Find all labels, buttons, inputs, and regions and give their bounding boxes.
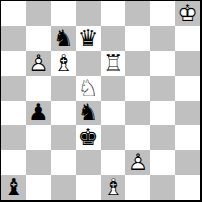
square-b6[interactable]: ♟♙ xyxy=(26,51,51,76)
square-c8[interactable] xyxy=(51,1,76,26)
square-h3[interactable] xyxy=(175,125,200,150)
square-b1[interactable] xyxy=(26,175,51,200)
chess-board-frame: ♚♔♞♛♟♙♝♗♜♖♞♘♟♞♚♟♙♝♝♗ xyxy=(0,0,202,202)
square-h8[interactable]: ♚♔ xyxy=(175,1,200,26)
square-e3[interactable] xyxy=(101,125,126,150)
square-h6[interactable] xyxy=(175,51,200,76)
square-c3[interactable] xyxy=(51,125,76,150)
square-f1[interactable] xyxy=(125,175,150,200)
square-a5[interactable] xyxy=(1,76,26,101)
piece-white-pawn: ♙ xyxy=(26,51,51,76)
square-e1[interactable]: ♝♗ xyxy=(101,175,126,200)
square-b3[interactable] xyxy=(26,125,51,150)
square-d3[interactable]: ♚ xyxy=(76,125,101,150)
square-c7[interactable]: ♞ xyxy=(51,26,76,51)
piece-black-pawn: ♟ xyxy=(26,101,51,126)
square-a1[interactable]: ♝ xyxy=(1,175,26,200)
piece-black-king: ♚ xyxy=(76,125,101,150)
square-a2[interactable] xyxy=(1,150,26,175)
piece-black-knight: ♞ xyxy=(51,26,76,51)
square-f8[interactable] xyxy=(125,1,150,26)
piece-white-knight: ♘ xyxy=(76,76,101,101)
piece-white-pawn: ♙ xyxy=(125,150,150,175)
square-g7[interactable] xyxy=(150,26,175,51)
square-f7[interactable] xyxy=(125,26,150,51)
square-f5[interactable] xyxy=(125,76,150,101)
square-b2[interactable] xyxy=(26,150,51,175)
piece-white-rook: ♖ xyxy=(101,51,126,76)
square-f3[interactable] xyxy=(125,125,150,150)
square-a6[interactable] xyxy=(1,51,26,76)
square-g4[interactable] xyxy=(150,101,175,126)
chess-board: ♚♔♞♛♟♙♝♗♜♖♞♘♟♞♚♟♙♝♝♗ xyxy=(1,1,200,200)
square-e7[interactable] xyxy=(101,26,126,51)
square-a7[interactable] xyxy=(1,26,26,51)
square-d5[interactable]: ♞♘ xyxy=(76,76,101,101)
piece-black-bishop: ♝ xyxy=(1,175,26,200)
square-g3[interactable] xyxy=(150,125,175,150)
piece-white-king: ♔ xyxy=(175,1,200,26)
piece-white-bishop: ♗ xyxy=(51,51,76,76)
square-e2[interactable] xyxy=(101,150,126,175)
square-h4[interactable] xyxy=(175,101,200,126)
square-d7[interactable]: ♛ xyxy=(76,26,101,51)
square-h5[interactable] xyxy=(175,76,200,101)
piece-black-knight: ♞ xyxy=(76,101,101,126)
square-a8[interactable] xyxy=(1,1,26,26)
square-b7[interactable] xyxy=(26,26,51,51)
square-d2[interactable] xyxy=(76,150,101,175)
square-h7[interactable] xyxy=(175,26,200,51)
square-d6[interactable] xyxy=(76,51,101,76)
square-c6[interactable]: ♝♗ xyxy=(51,51,76,76)
square-g8[interactable] xyxy=(150,1,175,26)
square-e8[interactable] xyxy=(101,1,126,26)
square-f6[interactable] xyxy=(125,51,150,76)
square-g5[interactable] xyxy=(150,76,175,101)
square-g6[interactable] xyxy=(150,51,175,76)
square-d8[interactable] xyxy=(76,1,101,26)
square-h1[interactable] xyxy=(175,175,200,200)
square-f4[interactable] xyxy=(125,101,150,126)
square-b5[interactable] xyxy=(26,76,51,101)
square-a3[interactable] xyxy=(1,125,26,150)
square-d4[interactable]: ♞ xyxy=(76,101,101,126)
piece-black-queen: ♛ xyxy=(76,26,101,51)
square-c5[interactable] xyxy=(51,76,76,101)
square-g1[interactable] xyxy=(150,175,175,200)
square-h2[interactable] xyxy=(175,150,200,175)
square-d1[interactable] xyxy=(76,175,101,200)
square-f2[interactable]: ♟♙ xyxy=(125,150,150,175)
square-c2[interactable] xyxy=(51,150,76,175)
square-e5[interactable] xyxy=(101,76,126,101)
square-e6[interactable]: ♜♖ xyxy=(101,51,126,76)
square-g2[interactable] xyxy=(150,150,175,175)
square-a4[interactable] xyxy=(1,101,26,126)
piece-white-bishop: ♗ xyxy=(101,175,126,200)
square-b8[interactable] xyxy=(26,1,51,26)
square-c4[interactable] xyxy=(51,101,76,126)
square-c1[interactable] xyxy=(51,175,76,200)
square-b4[interactable]: ♟ xyxy=(26,101,51,126)
square-e4[interactable] xyxy=(101,101,126,126)
